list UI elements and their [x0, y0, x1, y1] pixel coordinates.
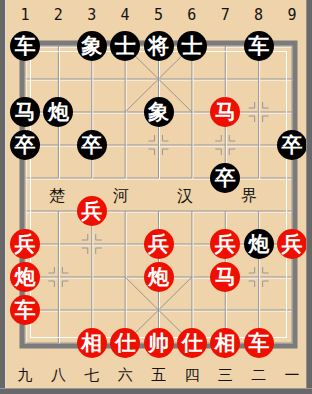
piece-red-soldier[interactable]: 兵 [77, 196, 107, 226]
piece-red-soldier[interactable]: 兵 [10, 229, 40, 259]
point-marker [263, 102, 269, 108]
point-marker [263, 116, 269, 122]
piece-glyph: 卒 [215, 168, 236, 189]
window-frame-right [306, 0, 312, 388]
river-character: 河 [111, 186, 131, 207]
piece-glyph: 仕 [115, 333, 136, 354]
point-marker [249, 102, 255, 108]
piece-glyph: 兵 [148, 234, 169, 255]
piece-glyph: 马 [15, 102, 36, 123]
window-frame-bottom [0, 388, 312, 394]
xiangqi-board-window: 123456789九八七六五四三二一 楚河汉界 车象士将士车马炮象马卒卒卒卒兵兵… [0, 0, 312, 394]
point-marker [263, 281, 269, 287]
piece-glyph: 炮 [15, 267, 36, 288]
piece-black-chariot[interactable]: 车 [244, 31, 274, 61]
point-marker [96, 234, 102, 240]
piece-red-elephant[interactable]: 相 [77, 328, 107, 358]
point-marker [249, 281, 255, 287]
piece-glyph: 象 [81, 36, 102, 57]
piece-glyph: 车 [15, 36, 36, 57]
file-label-top: 5 [147, 6, 171, 24]
piece-black-soldier[interactable]: 卒 [77, 130, 107, 160]
piece-glyph: 炮 [148, 267, 169, 288]
file-label-bottom: 三 [213, 366, 237, 385]
point-marker [149, 149, 155, 155]
point-marker [48, 267, 54, 273]
piece-black-soldier[interactable]: 卒 [277, 130, 307, 160]
piece-black-advisor[interactable]: 士 [177, 31, 207, 61]
piece-black-chariot[interactable]: 车 [10, 31, 40, 61]
point-marker [96, 248, 102, 254]
file-label-bottom: 七 [80, 366, 104, 385]
point-marker [62, 281, 68, 287]
piece-red-advisor[interactable]: 仕 [110, 328, 140, 358]
river-character: 界 [239, 186, 259, 207]
piece-glyph: 相 [215, 333, 236, 354]
point-marker [263, 267, 269, 273]
piece-red-advisor[interactable]: 仕 [177, 328, 207, 358]
piece-red-soldier[interactable]: 兵 [144, 229, 174, 259]
piece-glyph: 帅 [148, 333, 169, 354]
piece-red-general[interactable]: 帅 [144, 328, 174, 358]
point-marker [249, 116, 255, 122]
window-frame-left [0, 0, 6, 388]
piece-black-general[interactable]: 将 [144, 31, 174, 61]
piece-black-elephant[interactable]: 象 [144, 97, 174, 127]
file-label-top: 8 [247, 6, 271, 24]
piece-black-elephant[interactable]: 象 [77, 31, 107, 61]
piece-glyph: 相 [81, 333, 102, 354]
piece-red-cannon[interactable]: 炮 [10, 262, 40, 292]
river-character: 楚 [47, 186, 67, 207]
file-label-bottom: 八 [46, 366, 70, 385]
point-marker [82, 248, 88, 254]
point-marker [215, 149, 221, 155]
piece-glyph: 将 [148, 36, 169, 57]
file-label-top: 4 [113, 6, 137, 24]
piece-glyph: 仕 [181, 333, 202, 354]
point-marker [62, 267, 68, 273]
point-marker [149, 135, 155, 141]
piece-glyph: 炮 [248, 234, 269, 255]
point-marker [48, 281, 54, 287]
piece-red-cannon[interactable]: 炮 [144, 262, 174, 292]
point-marker [229, 135, 235, 141]
river-character: 汉 [175, 186, 195, 207]
file-label-bottom: 二 [247, 366, 271, 385]
piece-glyph: 兵 [282, 234, 303, 255]
file-label-bottom: 四 [180, 366, 204, 385]
piece-glyph: 士 [181, 36, 202, 57]
file-label-bottom: 五 [147, 366, 171, 385]
piece-black-cannon[interactable]: 炮 [43, 97, 73, 127]
file-label-top: 7 [213, 6, 237, 24]
piece-glyph: 象 [148, 102, 169, 123]
file-label-top: 9 [280, 6, 304, 24]
file-label-bottom: 一 [280, 366, 304, 385]
point-marker [163, 135, 169, 141]
piece-glyph: 车 [248, 36, 269, 57]
piece-glyph: 马 [215, 102, 236, 123]
piece-red-chariot[interactable]: 车 [10, 295, 40, 325]
piece-glyph: 兵 [215, 234, 236, 255]
piece-glyph: 马 [215, 267, 236, 288]
piece-glyph: 车 [248, 333, 269, 354]
piece-glyph: 卒 [81, 135, 102, 156]
piece-black-soldier[interactable]: 卒 [10, 130, 40, 160]
point-marker [163, 149, 169, 155]
point-marker [249, 267, 255, 273]
piece-glyph: 卒 [15, 135, 36, 156]
file-label-top: 3 [80, 6, 104, 24]
piece-glyph: 兵 [81, 201, 102, 222]
piece-black-advisor[interactable]: 士 [110, 31, 140, 61]
file-label-top: 6 [180, 6, 204, 24]
piece-black-cannon[interactable]: 炮 [244, 229, 274, 259]
file-label-top: 2 [46, 6, 70, 24]
piece-black-horse[interactable]: 马 [10, 97, 40, 127]
piece-red-soldier[interactable]: 兵 [277, 229, 307, 259]
piece-glyph: 车 [15, 300, 36, 321]
piece-glyph: 兵 [15, 234, 36, 255]
point-marker [215, 135, 221, 141]
file-label-bottom: 六 [113, 366, 137, 385]
piece-glyph: 炮 [48, 102, 69, 123]
piece-red-chariot[interactable]: 车 [244, 328, 274, 358]
file-label-bottom: 九 [13, 366, 37, 385]
piece-glyph: 士 [115, 36, 136, 57]
point-marker [82, 234, 88, 240]
file-label-top: 1 [13, 6, 37, 24]
piece-glyph: 卒 [282, 135, 303, 156]
point-marker [229, 149, 235, 155]
